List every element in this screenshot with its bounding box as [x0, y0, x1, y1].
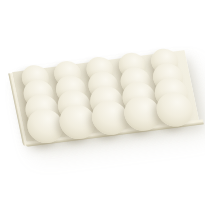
product-photo [0, 0, 205, 205]
dome-cell [60, 115, 96, 137]
bumper-sheet [12, 50, 199, 142]
dome-cell [125, 107, 161, 129]
dome-cell [93, 111, 129, 133]
dome-cell [28, 120, 64, 142]
dome-cell [158, 103, 194, 125]
